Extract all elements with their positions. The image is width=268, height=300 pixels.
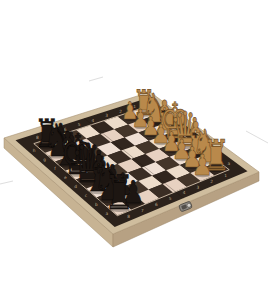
chess-set-photo: hhggffeeddccbbaa8877665544332211♜♟♞♟♝♟♚♟… bbox=[0, 0, 268, 300]
product-photo: hhggffeeddccbbaa8877665544332211♜♟♞♟♝♟♚♟… bbox=[0, 0, 268, 300]
background-scratch bbox=[89, 77, 103, 81]
background-scratch bbox=[246, 131, 268, 143]
coordinate-label: 3 bbox=[197, 185, 200, 190]
coordinate-label: 3 bbox=[105, 113, 108, 118]
coordinate-label: 4 bbox=[183, 190, 186, 195]
coordinate-label: 5 bbox=[169, 196, 172, 201]
clasp-knob bbox=[187, 203, 191, 207]
background-scratch bbox=[0, 181, 13, 184]
black-rook-piece: ♜ bbox=[104, 165, 134, 221]
coordinate-label: 6 bbox=[155, 202, 158, 207]
white-pawn-piece: ♟ bbox=[192, 149, 213, 182]
